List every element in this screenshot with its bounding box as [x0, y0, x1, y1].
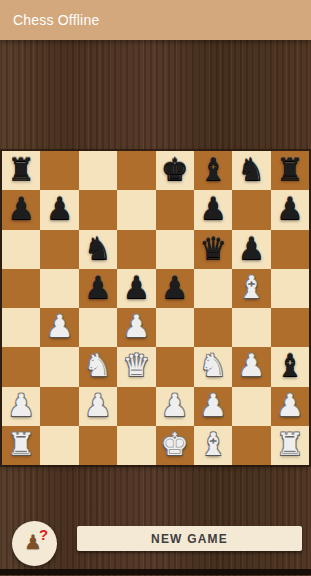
black-pawn-b7[interactable]: ♟ [46, 193, 74, 224]
white-pawn-f2[interactable]: ♟ [199, 390, 227, 421]
square-f6[interactable]: ♛ [194, 230, 232, 269]
square-e2[interactable]: ♟ [156, 387, 194, 426]
chess-board[interactable]: ♜♚♝♞♜♟♟♟♟♞♛♟♟♟♟♝♟♟♞♛♞♟♝♟♟♟♟♟♜♚♝♜ [2, 151, 309, 465]
white-pawn-e2[interactable]: ♟ [161, 390, 189, 421]
square-b4[interactable]: ♟ [40, 308, 78, 347]
black-pawn-e5[interactable]: ♟ [161, 272, 189, 303]
square-g8[interactable]: ♞ [232, 151, 270, 190]
square-h5[interactable] [271, 269, 309, 308]
black-knight-c6[interactable]: ♞ [84, 233, 112, 264]
black-bishop-f8[interactable]: ♝ [199, 154, 227, 185]
square-c3[interactable]: ♞ [79, 347, 117, 386]
square-h8[interactable]: ♜ [271, 151, 309, 190]
square-a5[interactable] [2, 269, 40, 308]
square-c1[interactable] [79, 426, 117, 465]
bottom-edge-strip [0, 569, 311, 575]
square-a1[interactable]: ♜ [2, 426, 40, 465]
square-a4[interactable] [2, 308, 40, 347]
square-e6[interactable] [156, 230, 194, 269]
square-f8[interactable]: ♝ [194, 151, 232, 190]
black-pawn-h7[interactable]: ♟ [276, 193, 304, 224]
white-bishop-f1[interactable]: ♝ [199, 429, 227, 460]
square-f5[interactable] [194, 269, 232, 308]
black-knight-g8[interactable]: ♞ [238, 154, 266, 185]
square-e3[interactable] [156, 347, 194, 386]
square-e4[interactable] [156, 308, 194, 347]
white-pawn-b4[interactable]: ♟ [46, 311, 74, 342]
square-f4[interactable] [194, 308, 232, 347]
square-d2[interactable] [117, 387, 155, 426]
square-e1[interactable]: ♚ [156, 426, 194, 465]
white-rook-h1[interactable]: ♜ [276, 429, 304, 460]
square-h2[interactable]: ♟ [271, 387, 309, 426]
new-game-label: NEW GAME [151, 532, 228, 546]
white-rook-a1[interactable]: ♜ [7, 429, 35, 460]
square-d7[interactable] [117, 190, 155, 229]
square-f2[interactable]: ♟ [194, 387, 232, 426]
square-h3[interactable]: ♝ [271, 347, 309, 386]
square-a7[interactable]: ♟ [2, 190, 40, 229]
white-pawn-h2[interactable]: ♟ [276, 390, 304, 421]
black-queen-f6[interactable]: ♛ [199, 233, 227, 264]
square-d4[interactable]: ♟ [117, 308, 155, 347]
black-rook-h8[interactable]: ♜ [276, 154, 304, 185]
black-pawn-g6[interactable]: ♟ [238, 233, 266, 264]
app-bar: Chess Offline [0, 0, 311, 40]
white-pawn-d4[interactable]: ♟ [122, 311, 150, 342]
white-knight-f3[interactable]: ♞ [199, 350, 227, 381]
square-d8[interactable] [117, 151, 155, 190]
black-pawn-a7[interactable]: ♟ [7, 193, 35, 224]
square-g5[interactable]: ♝ [232, 269, 270, 308]
square-g1[interactable] [232, 426, 270, 465]
square-g2[interactable] [232, 387, 270, 426]
square-b3[interactable] [40, 347, 78, 386]
square-a2[interactable]: ♟ [2, 387, 40, 426]
square-g6[interactable]: ♟ [232, 230, 270, 269]
square-b7[interactable]: ♟ [40, 190, 78, 229]
square-c4[interactable] [79, 308, 117, 347]
square-b2[interactable] [40, 387, 78, 426]
square-g4[interactable] [232, 308, 270, 347]
app-screen: Chess Offline ♜♚♝♞♜♟♟♟♟♞♛♟♟♟♟♝♟♟♞♛♞♟♝♟♟♟… [0, 0, 311, 576]
square-a6[interactable] [2, 230, 40, 269]
square-d6[interactable] [117, 230, 155, 269]
black-king-e8[interactable]: ♚ [161, 154, 189, 185]
black-pawn-d5[interactable]: ♟ [122, 272, 150, 303]
white-queen-d3[interactable]: ♛ [122, 350, 150, 381]
black-bishop-h3[interactable]: ♝ [276, 350, 304, 381]
square-f7[interactable]: ♟ [194, 190, 232, 229]
square-d3[interactable]: ♛ [117, 347, 155, 386]
square-a8[interactable]: ♜ [2, 151, 40, 190]
white-pawn-g3[interactable]: ♟ [238, 350, 266, 381]
square-g3[interactable]: ♟ [232, 347, 270, 386]
square-h1[interactable]: ♜ [271, 426, 309, 465]
square-e5[interactable]: ♟ [156, 269, 194, 308]
white-knight-c3[interactable]: ♞ [84, 350, 112, 381]
square-f3[interactable]: ♞ [194, 347, 232, 386]
square-d5[interactable]: ♟ [117, 269, 155, 308]
white-pawn-c2[interactable]: ♟ [84, 390, 112, 421]
square-h7[interactable]: ♟ [271, 190, 309, 229]
square-b6[interactable] [40, 230, 78, 269]
hint-button[interactable]: ♟ ? [12, 521, 57, 566]
app-title: Chess Offline [13, 12, 99, 28]
square-h6[interactable] [271, 230, 309, 269]
square-b5[interactable] [40, 269, 78, 308]
square-f1[interactable]: ♝ [194, 426, 232, 465]
square-b1[interactable] [40, 426, 78, 465]
square-d1[interactable] [117, 426, 155, 465]
square-e8[interactable]: ♚ [156, 151, 194, 190]
white-pawn-a2[interactable]: ♟ [7, 390, 35, 421]
square-c8[interactable] [79, 151, 117, 190]
square-e7[interactable] [156, 190, 194, 229]
square-a3[interactable] [2, 347, 40, 386]
question-mark-icon: ? [39, 526, 48, 543]
white-king-e1[interactable]: ♚ [161, 429, 189, 460]
square-c7[interactable] [79, 190, 117, 229]
black-pawn-f7[interactable]: ♟ [199, 193, 227, 224]
square-c5[interactable]: ♟ [79, 269, 117, 308]
square-c6[interactable]: ♞ [79, 230, 117, 269]
black-pawn-c5[interactable]: ♟ [84, 272, 112, 303]
square-c2[interactable]: ♟ [79, 387, 117, 426]
square-h4[interactable] [271, 308, 309, 347]
white-bishop-g5[interactable]: ♝ [238, 272, 266, 303]
black-rook-a8[interactable]: ♜ [7, 154, 35, 185]
new-game-button[interactable]: NEW GAME [77, 526, 302, 551]
square-g7[interactable] [232, 190, 270, 229]
square-b8[interactable] [40, 151, 78, 190]
